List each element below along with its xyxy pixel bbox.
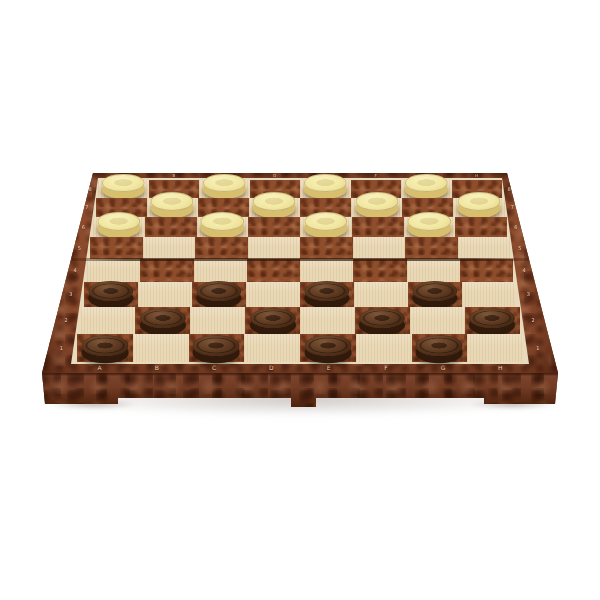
- rank-label-left-2: 2: [65, 317, 68, 323]
- square-d2[interactable]: [245, 307, 300, 334]
- square-g4[interactable]: [407, 259, 460, 282]
- square-g3[interactable]: [408, 282, 462, 307]
- square-d1[interactable]: [244, 334, 300, 362]
- rank-label-left-5: 5: [78, 245, 81, 251]
- rank-label-right-7: 7: [511, 204, 514, 210]
- square-c6[interactable]: [197, 217, 249, 237]
- dark-checker-b2[interactable]: [140, 308, 186, 328]
- file-label-far-h: H: [452, 173, 503, 179]
- file-label-near-a: A: [71, 364, 128, 372]
- square-f7[interactable]: [351, 198, 402, 217]
- square-b5[interactable]: [143, 237, 196, 259]
- dark-checker-e1[interactable]: [304, 335, 351, 356]
- square-g5[interactable]: [405, 237, 458, 259]
- light-checker-e6[interactable]: [304, 212, 347, 231]
- light-checker-c8[interactable]: [203, 174, 245, 193]
- square-h4[interactable]: [460, 259, 513, 282]
- square-d5[interactable]: [248, 237, 301, 259]
- rank-label-left-4: 4: [74, 267, 77, 273]
- rank-label-left-6: 6: [82, 224, 85, 230]
- rank-label-left-7: 7: [85, 204, 88, 210]
- rank-label-left-8: 8: [89, 186, 92, 192]
- rank-label-right-6: 6: [514, 224, 517, 230]
- square-a1[interactable]: [77, 334, 133, 362]
- file-label-far-f: F: [351, 173, 402, 179]
- square-h7[interactable]: [453, 198, 504, 217]
- square-b6[interactable]: [145, 217, 197, 237]
- light-checker-a6[interactable]: [97, 212, 140, 231]
- square-e1[interactable]: [300, 334, 356, 362]
- dark-checker-c1[interactable]: [193, 335, 240, 356]
- square-b3[interactable]: [138, 282, 192, 307]
- square-g2[interactable]: [410, 307, 465, 334]
- rank-label-right-4: 4: [522, 267, 525, 273]
- square-c2[interactable]: [190, 307, 245, 334]
- square-f2[interactable]: [355, 307, 410, 334]
- square-h1[interactable]: [467, 334, 523, 362]
- square-a8[interactable]: [98, 180, 149, 198]
- dark-checker-g1[interactable]: [416, 335, 463, 356]
- square-f5[interactable]: [353, 237, 406, 259]
- board-row-rank-2: [81, 307, 520, 334]
- square-d4[interactable]: [247, 259, 300, 282]
- square-h2[interactable]: [465, 307, 520, 334]
- square-a6[interactable]: [93, 217, 145, 237]
- square-d3[interactable]: [246, 282, 300, 307]
- light-checker-a8[interactable]: [102, 174, 144, 193]
- board-front-edge: [38, 373, 562, 409]
- file-label-near-f: F: [357, 364, 414, 372]
- file-label-near-h: H: [472, 364, 529, 372]
- square-b7[interactable]: [147, 198, 198, 217]
- file-label-far-b: B: [149, 173, 200, 179]
- checkers-board: ABCDEFGH ABCDEFGH 8877665544332211: [38, 166, 562, 412]
- board-row-rank-5: [90, 237, 510, 259]
- square-c3[interactable]: [192, 282, 246, 307]
- dark-checker-f2[interactable]: [359, 308, 405, 328]
- square-b1[interactable]: [133, 334, 189, 362]
- rank-label-right-8: 8: [507, 186, 510, 192]
- board-row-rank-6: [93, 217, 507, 237]
- rank-label-right-3: 3: [527, 291, 530, 297]
- square-b2[interactable]: [135, 307, 190, 334]
- dark-checker-g3[interactable]: [412, 281, 457, 301]
- board-row-rank-4: [87, 259, 513, 282]
- square-f3[interactable]: [354, 282, 408, 307]
- square-h3[interactable]: [462, 282, 516, 307]
- playing-area: [38, 166, 562, 373]
- dark-checker-e3[interactable]: [304, 281, 349, 301]
- light-checker-g6[interactable]: [408, 212, 451, 231]
- board-row-rank-1: [77, 334, 523, 362]
- file-label-near-c: C: [186, 364, 243, 372]
- rank-label-right-1: 1: [536, 345, 539, 351]
- file-label-far-d: D: [250, 173, 301, 179]
- rank-label-left-1: 1: [60, 345, 63, 351]
- light-checker-f7[interactable]: [355, 192, 398, 211]
- square-c8[interactable]: [199, 180, 250, 198]
- square-g6[interactable]: [404, 217, 456, 237]
- light-checker-b7[interactable]: [151, 192, 194, 211]
- square-h5[interactable]: [458, 237, 511, 259]
- square-a4[interactable]: [87, 259, 140, 282]
- product-photo-scene: ABCDEFGH ABCDEFGH 8877665544332211: [0, 0, 600, 600]
- file-label-near-d: D: [243, 364, 300, 372]
- square-f4[interactable]: [353, 259, 406, 282]
- square-a5[interactable]: [90, 237, 143, 259]
- light-checker-c6[interactable]: [201, 212, 244, 231]
- square-f6[interactable]: [352, 217, 404, 237]
- dark-checker-d2[interactable]: [250, 308, 296, 328]
- square-e5[interactable]: [300, 237, 353, 259]
- square-h6[interactable]: [455, 217, 507, 237]
- dark-checker-a3[interactable]: [88, 281, 133, 301]
- square-d7[interactable]: [249, 198, 300, 217]
- square-f1[interactable]: [356, 334, 412, 362]
- fold-seam: [72, 258, 529, 261]
- dark-checker-h2[interactable]: [469, 308, 515, 328]
- rank-label-right-2: 2: [531, 317, 534, 323]
- light-checker-e8[interactable]: [304, 174, 346, 193]
- square-e2[interactable]: [300, 307, 355, 334]
- square-g8[interactable]: [401, 180, 452, 198]
- board-row-rank-3: [84, 282, 516, 307]
- light-checker-d7[interactable]: [253, 192, 296, 211]
- square-d6[interactable]: [248, 217, 300, 237]
- square-c1[interactable]: [189, 334, 245, 362]
- dark-checker-c3[interactable]: [196, 281, 241, 301]
- file-label-near-b: B: [128, 364, 185, 372]
- rank-label-left-3: 3: [69, 291, 72, 297]
- file-label-near-e: E: [300, 364, 357, 372]
- square-e4[interactable]: [300, 259, 353, 282]
- square-a2[interactable]: [81, 307, 136, 334]
- file-labels-near: ABCDEFGH: [71, 364, 529, 372]
- light-checker-h7[interactable]: [457, 192, 500, 211]
- square-e3[interactable]: [300, 282, 354, 307]
- dark-checker-a1[interactable]: [81, 335, 128, 356]
- light-checker-g8[interactable]: [405, 174, 447, 193]
- square-g1[interactable]: [412, 334, 468, 362]
- square-c4[interactable]: [194, 259, 247, 282]
- file-label-near-g: G: [415, 364, 472, 372]
- square-e6[interactable]: [300, 217, 352, 237]
- square-e8[interactable]: [300, 180, 351, 198]
- square-b4[interactable]: [140, 259, 193, 282]
- rank-label-right-5: 5: [518, 245, 521, 251]
- square-a3[interactable]: [84, 282, 138, 307]
- square-c5[interactable]: [195, 237, 248, 259]
